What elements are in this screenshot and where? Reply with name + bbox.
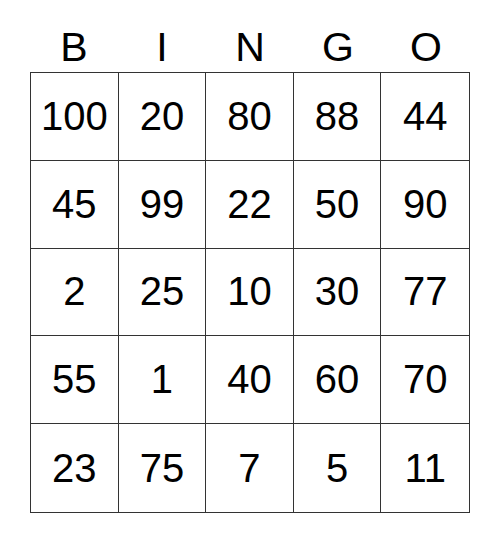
column-letter-n: N — [206, 22, 294, 72]
column-letter-i: I — [118, 22, 206, 72]
bingo-cell-i2[interactable]: 99 — [119, 161, 207, 249]
bingo-cell-b1[interactable]: 100 — [31, 73, 119, 161]
bingo-cell-i3[interactable]: 25 — [119, 249, 207, 337]
column-letter-b: B — [30, 22, 118, 72]
bingo-cell-o2[interactable]: 90 — [381, 161, 469, 249]
column-letter-g: G — [294, 22, 382, 72]
bingo-cell-b4[interactable]: 55 — [31, 336, 119, 424]
bingo-card: BINGO 1002080884445992250902251030775514… — [30, 0, 470, 513]
bingo-cell-g1[interactable]: 88 — [294, 73, 382, 161]
bingo-cell-n4[interactable]: 40 — [206, 336, 294, 424]
bingo-cell-b5[interactable]: 23 — [31, 424, 119, 512]
bingo-cell-n5[interactable]: 7 — [206, 424, 294, 512]
bingo-cell-b3[interactable]: 2 — [31, 249, 119, 337]
bingo-cell-g4[interactable]: 60 — [294, 336, 382, 424]
bingo-cell-i1[interactable]: 20 — [119, 73, 207, 161]
bingo-cell-o1[interactable]: 44 — [381, 73, 469, 161]
bingo-cell-n3[interactable]: 10 — [206, 249, 294, 337]
column-letter-o: O — [382, 22, 470, 72]
bingo-cell-o5[interactable]: 11 — [381, 424, 469, 512]
bingo-cell-g3[interactable]: 30 — [294, 249, 382, 337]
bingo-cell-b2[interactable]: 45 — [31, 161, 119, 249]
bingo-header-row: BINGO — [30, 22, 470, 72]
bingo-board: 1002080884445992250902251030775514060702… — [30, 72, 470, 513]
bingo-cell-g5[interactable]: 5 — [294, 424, 382, 512]
bingo-cell-i4[interactable]: 1 — [119, 336, 207, 424]
bingo-cell-n1[interactable]: 80 — [206, 73, 294, 161]
bingo-cell-n2[interactable]: 22 — [206, 161, 294, 249]
bingo-cell-i5[interactable]: 75 — [119, 424, 207, 512]
bingo-cell-o3[interactable]: 77 — [381, 249, 469, 337]
bingo-card-page: BINGO 1002080884445992250902251030775514… — [0, 0, 500, 544]
bingo-cell-o4[interactable]: 70 — [381, 336, 469, 424]
bingo-cell-g2[interactable]: 50 — [294, 161, 382, 249]
